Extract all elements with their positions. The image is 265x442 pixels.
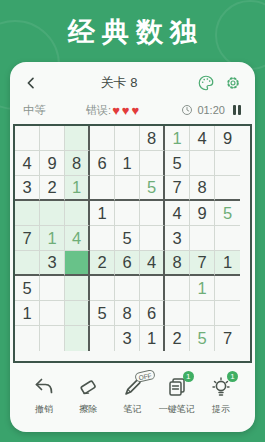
- cell-r2c7[interactable]: 5: [165, 151, 190, 176]
- cell-r8c6[interactable]: 6: [140, 301, 165, 326]
- cell-r1c8[interactable]: 4: [190, 126, 215, 151]
- cell-r8c9[interactable]: [215, 301, 240, 326]
- cell-r9c9[interactable]: 7: [215, 326, 240, 351]
- cell-r8c2[interactable]: [40, 301, 65, 326]
- pause-button[interactable]: [232, 104, 242, 116]
- sudoku-board: 8149498615321578149571453326487151158631…: [13, 124, 252, 363]
- erase-label: 擦除: [79, 403, 97, 416]
- quick-notes-button[interactable]: 1 一键笔记: [155, 375, 199, 416]
- cell-r1c1[interactable]: [15, 126, 40, 151]
- cell-r4c4[interactable]: 1: [90, 201, 115, 226]
- cell-r4c3[interactable]: [65, 201, 90, 226]
- cell-r6c3[interactable]: [65, 251, 90, 276]
- hint-count-badge: 1: [227, 371, 238, 382]
- cell-r5c4[interactable]: [90, 226, 115, 251]
- cell-r8c4[interactable]: 5: [90, 301, 115, 326]
- cell-r3c2[interactable]: 2: [40, 176, 65, 201]
- timer-area: 01:20: [181, 104, 242, 116]
- chevron-left-icon: [23, 75, 39, 91]
- errors-label: 错误:: [86, 103, 111, 118]
- clock-icon: [181, 104, 193, 116]
- notes-button[interactable]: OFF 笔记: [111, 375, 155, 416]
- errors-indicator: 错误: ♥♥♥: [86, 103, 141, 118]
- card-header: 关卡 8: [10, 62, 255, 100]
- cell-r7c3[interactable]: [65, 276, 90, 301]
- cell-r1c4[interactable]: [90, 126, 115, 151]
- cell-r7c5[interactable]: [115, 276, 140, 301]
- palette-icon[interactable]: [197, 74, 215, 92]
- cell-r4c6[interactable]: [140, 201, 165, 226]
- level-title: 关卡 8: [41, 74, 197, 92]
- hint-label: 提示: [212, 403, 230, 416]
- cell-r3c1[interactable]: 3: [15, 176, 40, 201]
- cell-r5c3[interactable]: 4: [65, 226, 90, 251]
- cell-r2c9[interactable]: [215, 151, 240, 176]
- undo-icon: [32, 375, 56, 399]
- undo-button[interactable]: 撤销: [22, 375, 66, 416]
- cell-r6c8[interactable]: 7: [190, 251, 215, 276]
- undo-label: 撤销: [35, 403, 53, 416]
- toolbar: 撤销 擦除 OFF 笔记: [10, 363, 255, 416]
- settings-gear-icon[interactable]: [224, 74, 242, 92]
- cell-r1c6[interactable]: 8: [140, 126, 165, 151]
- cell-r7c7[interactable]: [165, 276, 190, 301]
- status-row: 中等 错误: ♥♥♥ 01:20: [10, 100, 255, 124]
- cell-r2c3[interactable]: 8: [65, 151, 90, 176]
- erase-button[interactable]: 擦除: [66, 375, 110, 416]
- cell-r4c8[interactable]: 9: [190, 201, 215, 226]
- cell-r4c1[interactable]: [15, 201, 40, 226]
- cell-r7c1[interactable]: 5: [15, 276, 40, 301]
- cell-r4c5[interactable]: [115, 201, 140, 226]
- cell-r2c6[interactable]: [140, 151, 165, 176]
- cell-r6c1[interactable]: [15, 251, 40, 276]
- notes-off-badge: OFF: [134, 369, 156, 383]
- cell-r3c7[interactable]: 7: [165, 176, 190, 201]
- notes-label: 笔记: [124, 403, 142, 416]
- cell-r2c1[interactable]: 4: [15, 151, 40, 176]
- quick-notes-count-badge: 1: [183, 371, 194, 382]
- cell-r6c4[interactable]: 2: [90, 251, 115, 276]
- cell-r3c6[interactable]: 5: [140, 176, 165, 201]
- cell-r1c9[interactable]: 9: [215, 126, 240, 151]
- cell-r6c6[interactable]: 4: [140, 251, 165, 276]
- cell-r6c9[interactable]: 1: [215, 251, 240, 276]
- cell-r1c7[interactable]: 1: [165, 126, 190, 151]
- cell-r7c4[interactable]: [90, 276, 115, 301]
- difficulty-label: 中等: [23, 103, 46, 118]
- cell-r2c2[interactable]: 9: [40, 151, 65, 176]
- cell-r5c1[interactable]: 7: [15, 226, 40, 251]
- cell-r9c8[interactable]: 5: [190, 326, 215, 351]
- cell-r6c5[interactable]: 6: [115, 251, 140, 276]
- cell-r7c9[interactable]: [215, 276, 240, 301]
- cell-r3c4[interactable]: [90, 176, 115, 201]
- quick-notes-label: 一键笔记: [159, 403, 195, 416]
- cell-r3c5[interactable]: [115, 176, 140, 201]
- cell-r7c8[interactable]: 1: [190, 276, 215, 301]
- cell-r8c3[interactable]: [65, 301, 90, 326]
- cell-r4c7[interactable]: 4: [165, 201, 190, 226]
- cell-r9c1[interactable]: [15, 326, 40, 351]
- cell-r2c5[interactable]: 1: [115, 151, 140, 176]
- cell-r3c3[interactable]: 1: [65, 176, 90, 201]
- cell-r8c7[interactable]: [165, 301, 190, 326]
- cell-r8c1[interactable]: 1: [15, 301, 40, 326]
- cell-r9c7[interactable]: 2: [165, 326, 190, 351]
- cell-r1c5[interactable]: [115, 126, 140, 151]
- cell-r8c5[interactable]: 8: [115, 301, 140, 326]
- cell-r5c6[interactable]: [140, 226, 165, 251]
- cell-r5c7[interactable]: 3: [165, 226, 190, 251]
- hearts-lives: ♥♥♥: [112, 104, 141, 117]
- app-title: 经典数独: [0, 14, 265, 50]
- cell-r8c8[interactable]: [190, 301, 215, 326]
- cell-r9c5[interactable]: 3: [115, 326, 140, 351]
- cell-r3c8[interactable]: 8: [190, 176, 215, 201]
- cell-r1c2[interactable]: [40, 126, 65, 151]
- cell-r4c2[interactable]: [40, 201, 65, 226]
- back-button[interactable]: [23, 75, 41, 91]
- pause-icon: [233, 105, 236, 115]
- cell-r6c2[interactable]: 3: [40, 251, 65, 276]
- cell-r5c8[interactable]: [190, 226, 215, 251]
- cell-r9c3[interactable]: [65, 326, 90, 351]
- cell-r9c2[interactable]: [40, 326, 65, 351]
- cell-r2c8[interactable]: [190, 151, 215, 176]
- cell-r5c9[interactable]: [215, 226, 240, 251]
- game-card: 关卡 8 中等 错误: ♥♥♥: [10, 62, 255, 432]
- cell-r9c4[interactable]: [90, 326, 115, 351]
- cell-r4c9[interactable]: 5: [215, 201, 240, 226]
- hint-button[interactable]: 1 提示: [199, 375, 243, 416]
- pause-icon: [238, 105, 241, 115]
- eraser-icon: [76, 375, 100, 399]
- cell-r7c2[interactable]: [40, 276, 65, 301]
- cell-r1c3[interactable]: [65, 126, 90, 151]
- cell-r2c4[interactable]: 6: [90, 151, 115, 176]
- cell-r7c6[interactable]: [140, 276, 165, 301]
- cell-r3c9[interactable]: [215, 176, 240, 201]
- cell-r5c5[interactable]: 5: [115, 226, 140, 251]
- cell-r5c2[interactable]: 1: [40, 226, 65, 251]
- cell-r6c7[interactable]: 8: [165, 251, 190, 276]
- timer-value: 01:20: [197, 104, 225, 116]
- cell-r9c6[interactable]: 1: [140, 326, 165, 351]
